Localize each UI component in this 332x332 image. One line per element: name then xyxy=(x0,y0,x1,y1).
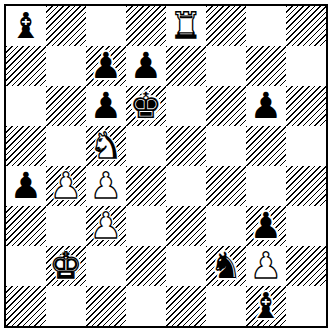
square-g4[interactable] xyxy=(246,166,286,206)
square-g8[interactable] xyxy=(246,6,286,46)
square-g1[interactable]: ♝ xyxy=(246,286,286,326)
square-h4[interactable] xyxy=(286,166,326,206)
square-c3[interactable]: ♟ xyxy=(86,206,126,246)
square-b6[interactable] xyxy=(46,86,86,126)
square-d8[interactable] xyxy=(126,6,166,46)
piece-black-pawn[interactable]: ♟ xyxy=(10,166,42,206)
square-c7[interactable]: ♟ xyxy=(86,46,126,86)
square-f2[interactable]: ♞ xyxy=(206,246,246,286)
square-a6[interactable] xyxy=(6,86,46,126)
square-f7[interactable] xyxy=(206,46,246,86)
square-c1[interactable] xyxy=(86,286,126,326)
piece-white-pawn[interactable]: ♟ xyxy=(250,246,282,286)
square-e7[interactable] xyxy=(166,46,206,86)
piece-black-pawn[interactable]: ♟ xyxy=(90,86,122,126)
square-d1[interactable] xyxy=(126,286,166,326)
square-h5[interactable] xyxy=(286,126,326,166)
piece-white-king[interactable]: ♚ xyxy=(50,246,82,286)
square-g5[interactable] xyxy=(246,126,286,166)
square-h7[interactable] xyxy=(286,46,326,86)
square-h1[interactable] xyxy=(286,286,326,326)
square-a7[interactable] xyxy=(6,46,46,86)
square-d6[interactable]: ♚ xyxy=(126,86,166,126)
square-e8[interactable]: ♜ xyxy=(166,6,206,46)
square-b4[interactable]: ♟ xyxy=(46,166,86,206)
square-h8[interactable] xyxy=(286,6,326,46)
square-b7[interactable] xyxy=(46,46,86,86)
piece-black-pawn[interactable]: ♟ xyxy=(90,46,122,86)
square-h6[interactable] xyxy=(286,86,326,126)
square-f4[interactable] xyxy=(206,166,246,206)
piece-white-pawn[interactable]: ♟ xyxy=(50,166,82,206)
square-e4[interactable] xyxy=(166,166,206,206)
piece-black-bishop[interactable]: ♝ xyxy=(10,6,42,46)
square-e2[interactable] xyxy=(166,246,206,286)
square-a5[interactable] xyxy=(6,126,46,166)
square-c5[interactable]: ♞ xyxy=(86,126,126,166)
square-f5[interactable] xyxy=(206,126,246,166)
square-d7[interactable]: ♟ xyxy=(126,46,166,86)
square-b8[interactable] xyxy=(46,6,86,46)
chess-board: ♝♜♟♟♟♚♟♞♟♟♟♟♟♚♞♟♝ xyxy=(6,6,326,326)
piece-white-pawn[interactable]: ♟ xyxy=(90,166,122,206)
square-f8[interactable] xyxy=(206,6,246,46)
square-h3[interactable] xyxy=(286,206,326,246)
square-b5[interactable] xyxy=(46,126,86,166)
square-f1[interactable] xyxy=(206,286,246,326)
square-d4[interactable] xyxy=(126,166,166,206)
board-frame: ♝♜♟♟♟♚♟♞♟♟♟♟♟♚♞♟♝ xyxy=(4,4,328,328)
square-a4[interactable]: ♟ xyxy=(6,166,46,206)
square-a1[interactable] xyxy=(6,286,46,326)
square-f6[interactable] xyxy=(206,86,246,126)
square-d3[interactable] xyxy=(126,206,166,246)
square-c6[interactable]: ♟ xyxy=(86,86,126,126)
square-b2[interactable]: ♚ xyxy=(46,246,86,286)
square-g7[interactable] xyxy=(246,46,286,86)
square-c4[interactable]: ♟ xyxy=(86,166,126,206)
square-g2[interactable]: ♟ xyxy=(246,246,286,286)
square-h2[interactable] xyxy=(286,246,326,286)
square-e3[interactable] xyxy=(166,206,206,246)
piece-black-pawn[interactable]: ♟ xyxy=(130,46,162,86)
square-a8[interactable]: ♝ xyxy=(6,6,46,46)
square-c8[interactable] xyxy=(86,6,126,46)
piece-black-knight[interactable]: ♞ xyxy=(210,246,242,286)
piece-black-king[interactable]: ♚ xyxy=(130,86,162,126)
square-d5[interactable] xyxy=(126,126,166,166)
piece-white-rook[interactable]: ♜ xyxy=(170,6,202,46)
square-e1[interactable] xyxy=(166,286,206,326)
piece-white-knight[interactable]: ♞ xyxy=(90,126,122,166)
piece-black-pawn[interactable]: ♟ xyxy=(250,206,282,246)
square-b1[interactable] xyxy=(46,286,86,326)
piece-white-pawn[interactable]: ♟ xyxy=(90,206,122,246)
square-d2[interactable] xyxy=(126,246,166,286)
square-e6[interactable] xyxy=(166,86,206,126)
square-g3[interactable]: ♟ xyxy=(246,206,286,246)
piece-black-pawn[interactable]: ♟ xyxy=(250,86,282,126)
square-a3[interactable] xyxy=(6,206,46,246)
piece-black-bishop[interactable]: ♝ xyxy=(250,286,282,326)
square-a2[interactable] xyxy=(6,246,46,286)
square-g6[interactable]: ♟ xyxy=(246,86,286,126)
square-c2[interactable] xyxy=(86,246,126,286)
square-b3[interactable] xyxy=(46,206,86,246)
square-f3[interactable] xyxy=(206,206,246,246)
square-e5[interactable] xyxy=(166,126,206,166)
